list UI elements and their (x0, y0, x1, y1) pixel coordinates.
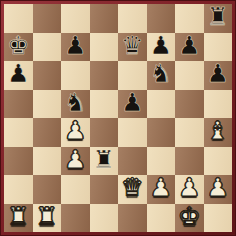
square-c8[interactable] (61, 4, 90, 33)
square-c6[interactable] (61, 61, 90, 90)
square-h8[interactable]: ♜ (204, 4, 233, 33)
square-h3[interactable] (204, 147, 233, 176)
square-c1[interactable] (61, 204, 90, 233)
square-b6[interactable] (33, 61, 62, 90)
piece-black-king[interactable]: ♚ (7, 32, 29, 60)
square-a3[interactable] (4, 147, 33, 176)
square-d4[interactable] (90, 118, 119, 147)
piece-white-pawn[interactable]: ♟ (207, 174, 229, 202)
piece-black-pawn[interactable]: ♟ (150, 32, 172, 60)
piece-black-pawn[interactable]: ♟ (121, 89, 143, 117)
square-b4[interactable] (33, 118, 62, 147)
piece-black-pawn[interactable]: ♟ (7, 60, 29, 88)
piece-black-pawn[interactable]: ♟ (64, 32, 86, 60)
piece-white-pawn[interactable]: ♟ (150, 174, 172, 202)
square-e5[interactable]: ♟ (118, 90, 147, 119)
piece-white-queen[interactable]: ♛ (121, 174, 143, 202)
square-b3[interactable] (33, 147, 62, 176)
piece-black-knight[interactable]: ♞ (150, 60, 172, 88)
square-a6[interactable]: ♟ (4, 61, 33, 90)
square-a7[interactable]: ♚ (4, 33, 33, 62)
piece-black-pawn[interactable]: ♟ (178, 32, 200, 60)
square-b2[interactable] (33, 175, 62, 204)
square-h7[interactable] (204, 33, 233, 62)
piece-white-rook[interactable]: ♜ (7, 203, 29, 231)
square-c4[interactable]: ♟ (61, 118, 90, 147)
square-d6[interactable] (90, 61, 119, 90)
square-d8[interactable] (90, 4, 119, 33)
square-f2[interactable]: ♟ (147, 175, 176, 204)
square-d3[interactable]: ♜ (90, 147, 119, 176)
square-a1[interactable]: ♜ (4, 204, 33, 233)
square-a8[interactable] (4, 4, 33, 33)
square-g5[interactable] (175, 90, 204, 119)
square-e8[interactable] (118, 4, 147, 33)
square-h5[interactable] (204, 90, 233, 119)
square-e4[interactable] (118, 118, 147, 147)
square-e2[interactable]: ♛ (118, 175, 147, 204)
piece-black-rook[interactable]: ♜ (93, 146, 115, 174)
square-d1[interactable] (90, 204, 119, 233)
piece-white-pawn[interactable]: ♟ (64, 146, 86, 174)
square-b1[interactable]: ♜ (33, 204, 62, 233)
square-a4[interactable] (4, 118, 33, 147)
chess-board: ♜♚♟♛♟♟♟♞♟♞♟♟♝♟♜♛♟♟♟♜♜♚ (4, 4, 232, 232)
piece-black-rook[interactable]: ♜ (207, 3, 229, 31)
square-c3[interactable]: ♟ (61, 147, 90, 176)
square-d7[interactable] (90, 33, 119, 62)
square-e3[interactable] (118, 147, 147, 176)
square-f6[interactable]: ♞ (147, 61, 176, 90)
square-h2[interactable]: ♟ (204, 175, 233, 204)
square-g4[interactable] (175, 118, 204, 147)
square-b8[interactable] (33, 4, 62, 33)
square-f1[interactable] (147, 204, 176, 233)
square-b7[interactable] (33, 33, 62, 62)
square-g8[interactable] (175, 4, 204, 33)
square-b5[interactable] (33, 90, 62, 119)
square-h4[interactable]: ♝ (204, 118, 233, 147)
square-a2[interactable] (4, 175, 33, 204)
square-c7[interactable]: ♟ (61, 33, 90, 62)
piece-black-knight[interactable]: ♞ (64, 89, 86, 117)
square-e1[interactable] (118, 204, 147, 233)
square-g2[interactable]: ♟ (175, 175, 204, 204)
piece-white-rook[interactable]: ♜ (36, 203, 58, 231)
square-f8[interactable] (147, 4, 176, 33)
piece-black-pawn[interactable]: ♟ (207, 60, 229, 88)
square-f3[interactable] (147, 147, 176, 176)
piece-white-pawn[interactable]: ♟ (64, 117, 86, 145)
square-e7[interactable]: ♛ (118, 33, 147, 62)
square-g3[interactable] (175, 147, 204, 176)
square-g1[interactable]: ♚ (175, 204, 204, 233)
square-c2[interactable] (61, 175, 90, 204)
square-f7[interactable]: ♟ (147, 33, 176, 62)
square-e6[interactable] (118, 61, 147, 90)
chess-board-frame: ♜♚♟♛♟♟♟♞♟♞♟♟♝♟♜♛♟♟♟♜♜♚ (0, 0, 236, 236)
square-d5[interactable] (90, 90, 119, 119)
square-g6[interactable] (175, 61, 204, 90)
square-c5[interactable]: ♞ (61, 90, 90, 119)
piece-white-bishop[interactable]: ♝ (207, 117, 229, 145)
square-f4[interactable] (147, 118, 176, 147)
square-d2[interactable] (90, 175, 119, 204)
square-h1[interactable] (204, 204, 233, 233)
piece-white-pawn[interactable]: ♟ (178, 174, 200, 202)
square-h6[interactable]: ♟ (204, 61, 233, 90)
square-g7[interactable]: ♟ (175, 33, 204, 62)
piece-white-king[interactable]: ♚ (178, 203, 200, 231)
square-a5[interactable] (4, 90, 33, 119)
piece-black-queen[interactable]: ♛ (121, 32, 143, 60)
square-f5[interactable] (147, 90, 176, 119)
